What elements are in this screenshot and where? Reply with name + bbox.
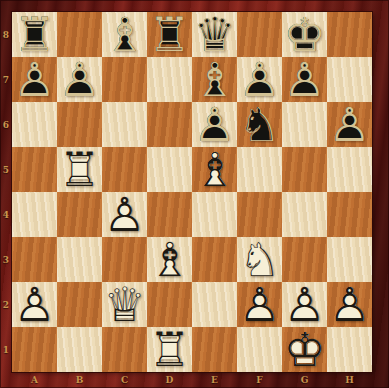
piece-glyph-line: ♗ [147, 237, 192, 282]
black-rook-a8[interactable]: ♜♖ [12, 12, 57, 57]
square-f6[interactable]: ♞♘ [237, 102, 282, 147]
square-f4[interactable] [237, 192, 282, 237]
piece-glyph-fill: ♟ [327, 282, 372, 327]
piece-glyph-fill: ♞ [237, 237, 282, 282]
piece-glyph-line: ♗ [192, 147, 237, 192]
square-c6[interactable] [102, 102, 147, 147]
square-c2[interactable]: ♛♕ [102, 282, 147, 327]
white-pawn-g2[interactable]: ♟♙ [282, 282, 327, 327]
square-d4[interactable] [147, 192, 192, 237]
piece-glyph-line: ♔ [282, 327, 327, 372]
square-h2[interactable]: ♟♙ [327, 282, 372, 327]
rank-label-6: 6 [0, 102, 12, 147]
chess-board-frame: 87654321 ABCDEFGH ♜♖♝♗♜♖♛♕♚♔♟♙♟♙♝♗♟♙♟♙♟♙… [0, 0, 389, 388]
square-g6[interactable] [282, 102, 327, 147]
piece-glyph-line: ♙ [327, 282, 372, 327]
piece-glyph-fill: ♟ [192, 102, 237, 147]
piece-glyph-line: ♙ [327, 102, 372, 147]
piece-glyph-fill: ♚ [282, 327, 327, 372]
piece-glyph-fill: ♟ [12, 282, 57, 327]
file-label-c: C [102, 372, 147, 388]
square-e4[interactable] [192, 192, 237, 237]
square-g3[interactable] [282, 237, 327, 282]
square-b4[interactable] [57, 192, 102, 237]
square-a4[interactable] [12, 192, 57, 237]
piece-glyph-fill: ♟ [282, 282, 327, 327]
piece-glyph-line: ♙ [57, 57, 102, 102]
piece-glyph-line: ♖ [147, 12, 192, 57]
file-label-e: E [192, 372, 237, 388]
square-h4[interactable] [327, 192, 372, 237]
file-label-g: G [282, 372, 327, 388]
black-pawn-e6[interactable]: ♟♙ [192, 102, 237, 147]
square-e7[interactable]: ♝♗ [192, 57, 237, 102]
black-king-g8[interactable]: ♚♔ [282, 12, 327, 57]
square-d7[interactable] [147, 57, 192, 102]
black-pawn-f7[interactable]: ♟♙ [237, 57, 282, 102]
rank-label-8: 8 [0, 12, 12, 57]
white-bishop-d3[interactable]: ♝♗ [147, 237, 192, 282]
square-d3[interactable]: ♝♗ [147, 237, 192, 282]
piece-glyph-line: ♖ [57, 147, 102, 192]
piece-glyph-line: ♙ [102, 192, 147, 237]
piece-glyph-fill: ♟ [237, 57, 282, 102]
black-pawn-b7[interactable]: ♟♙ [57, 57, 102, 102]
piece-glyph-fill: ♟ [102, 192, 147, 237]
piece-glyph-fill: ♛ [192, 12, 237, 57]
rank-label-4: 4 [0, 192, 12, 237]
square-b2[interactable] [57, 282, 102, 327]
square-f2[interactable]: ♟♙ [237, 282, 282, 327]
square-h6[interactable]: ♟♙ [327, 102, 372, 147]
white-knight-f3[interactable]: ♞♘ [237, 237, 282, 282]
piece-glyph-line: ♘ [237, 237, 282, 282]
square-d2[interactable] [147, 282, 192, 327]
piece-glyph-fill: ♜ [12, 12, 57, 57]
piece-glyph-line: ♕ [102, 282, 147, 327]
black-rook-d8[interactable]: ♜♖ [147, 12, 192, 57]
square-c5[interactable] [102, 147, 147, 192]
square-e6[interactable]: ♟♙ [192, 102, 237, 147]
piece-glyph-line: ♖ [12, 12, 57, 57]
black-bishop-e7[interactable]: ♝♗ [192, 57, 237, 102]
square-b6[interactable] [57, 102, 102, 147]
piece-glyph-line: ♙ [237, 57, 282, 102]
white-pawn-c4[interactable]: ♟♙ [102, 192, 147, 237]
square-c1[interactable] [102, 327, 147, 372]
white-pawn-a2[interactable]: ♟♙ [12, 282, 57, 327]
square-b7[interactable]: ♟♙ [57, 57, 102, 102]
piece-glyph-line: ♙ [192, 102, 237, 147]
piece-glyph-fill: ♟ [237, 282, 282, 327]
piece-glyph-fill: ♜ [147, 12, 192, 57]
file-label-b: B [57, 372, 102, 388]
square-d1[interactable]: ♜♖ [147, 327, 192, 372]
square-a8[interactable]: ♜♖ [12, 12, 57, 57]
square-h5[interactable] [327, 147, 372, 192]
file-label-h: H [327, 372, 372, 388]
square-a2[interactable]: ♟♙ [12, 282, 57, 327]
piece-glyph-fill: ♛ [102, 282, 147, 327]
file-label-f: F [237, 372, 282, 388]
piece-glyph-fill: ♝ [102, 12, 147, 57]
square-h8[interactable] [327, 12, 372, 57]
black-bishop-c8[interactable]: ♝♗ [102, 12, 147, 57]
rank-label-1: 1 [0, 327, 12, 372]
piece-glyph-fill: ♟ [12, 57, 57, 102]
square-a5[interactable] [12, 147, 57, 192]
square-e5[interactable]: ♝♗ [192, 147, 237, 192]
white-queen-c2[interactable]: ♛♕ [102, 282, 147, 327]
square-a6[interactable] [12, 102, 57, 147]
white-pawn-h2[interactable]: ♟♙ [327, 282, 372, 327]
square-g5[interactable] [282, 147, 327, 192]
square-g8[interactable]: ♚♔ [282, 12, 327, 57]
piece-glyph-fill: ♟ [282, 57, 327, 102]
piece-glyph-fill: ♜ [57, 147, 102, 192]
white-rook-b5[interactable]: ♜♖ [57, 147, 102, 192]
rank-label-7: 7 [0, 57, 12, 102]
piece-glyph-line: ♗ [102, 12, 147, 57]
square-e3[interactable] [192, 237, 237, 282]
square-f1[interactable] [237, 327, 282, 372]
rank-label-2: 2 [0, 282, 12, 327]
piece-glyph-line: ♔ [282, 12, 327, 57]
black-knight-f6[interactable]: ♞♘ [237, 102, 282, 147]
piece-glyph-fill: ♞ [237, 102, 282, 147]
square-b5[interactable]: ♜♖ [57, 147, 102, 192]
white-bishop-e5[interactable]: ♝♗ [192, 147, 237, 192]
square-e1[interactable] [192, 327, 237, 372]
piece-glyph-fill: ♝ [147, 237, 192, 282]
square-f8[interactable] [237, 12, 282, 57]
black-pawn-g7[interactable]: ♟♙ [282, 57, 327, 102]
piece-glyph-fill: ♜ [147, 327, 192, 372]
piece-glyph-fill: ♝ [192, 147, 237, 192]
square-d8[interactable]: ♜♖ [147, 12, 192, 57]
rank-label-3: 3 [0, 237, 12, 282]
piece-glyph-line: ♙ [282, 282, 327, 327]
piece-glyph-line: ♖ [147, 327, 192, 372]
black-queen-e8[interactable]: ♛♕ [192, 12, 237, 57]
square-h1[interactable] [327, 327, 372, 372]
file-label-a: A [12, 372, 57, 388]
piece-glyph-fill: ♟ [327, 102, 372, 147]
square-f5[interactable] [237, 147, 282, 192]
rank-labels: 87654321 [0, 12, 12, 372]
square-e2[interactable] [192, 282, 237, 327]
black-pawn-a7[interactable]: ♟♙ [12, 57, 57, 102]
file-label-d: D [147, 372, 192, 388]
square-c7[interactable] [102, 57, 147, 102]
piece-glyph-line: ♗ [192, 57, 237, 102]
white-rook-d1[interactable]: ♜♖ [147, 327, 192, 372]
piece-glyph-fill: ♝ [192, 57, 237, 102]
piece-glyph-line: ♙ [12, 57, 57, 102]
square-g7[interactable]: ♟♙ [282, 57, 327, 102]
square-b3[interactable] [57, 237, 102, 282]
square-h7[interactable] [327, 57, 372, 102]
square-a3[interactable] [12, 237, 57, 282]
piece-glyph-fill: ♚ [282, 12, 327, 57]
square-h3[interactable] [327, 237, 372, 282]
square-b1[interactable] [57, 327, 102, 372]
rank-label-5: 5 [0, 147, 12, 192]
square-c3[interactable] [102, 237, 147, 282]
square-d5[interactable] [147, 147, 192, 192]
square-g1[interactable]: ♚♔ [282, 327, 327, 372]
board: ♜♖♝♗♜♖♛♕♚♔♟♙♟♙♝♗♟♙♟♙♟♙♞♘♟♙♜♖♝♗♟♙♝♗♞♘♟♙♛♕… [12, 12, 372, 372]
piece-glyph-line: ♕ [192, 12, 237, 57]
piece-glyph-line: ♙ [237, 282, 282, 327]
file-labels: ABCDEFGH [12, 372, 372, 388]
square-c8[interactable]: ♝♗ [102, 12, 147, 57]
piece-glyph-line: ♘ [237, 102, 282, 147]
piece-glyph-line: ♙ [12, 282, 57, 327]
square-b8[interactable] [57, 12, 102, 57]
square-g2[interactable]: ♟♙ [282, 282, 327, 327]
black-pawn-h6[interactable]: ♟♙ [327, 102, 372, 147]
square-f3[interactable]: ♞♘ [237, 237, 282, 282]
piece-glyph-fill: ♟ [57, 57, 102, 102]
piece-glyph-line: ♙ [282, 57, 327, 102]
square-a7[interactable]: ♟♙ [12, 57, 57, 102]
square-c4[interactable]: ♟♙ [102, 192, 147, 237]
square-g4[interactable] [282, 192, 327, 237]
white-pawn-f2[interactable]: ♟♙ [237, 282, 282, 327]
square-d6[interactable] [147, 102, 192, 147]
white-king-g1[interactable]: ♚♔ [282, 327, 327, 372]
square-a1[interactable] [12, 327, 57, 372]
square-e8[interactable]: ♛♕ [192, 12, 237, 57]
square-f7[interactable]: ♟♙ [237, 57, 282, 102]
